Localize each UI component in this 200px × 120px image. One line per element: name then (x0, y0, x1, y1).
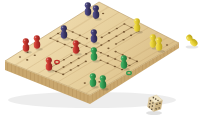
scene-svg (0, 0, 200, 120)
product-photo (0, 0, 200, 120)
offboard-peg-shadow (186, 45, 199, 48)
